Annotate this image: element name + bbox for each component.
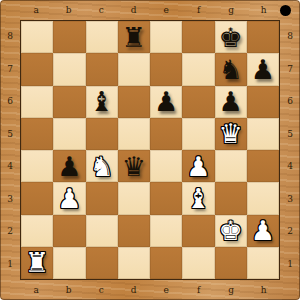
square-c6[interactable]: ♝ <box>86 86 118 118</box>
square-a2[interactable] <box>21 215 53 247</box>
piece-white-queen[interactable]: ♛ <box>219 120 243 147</box>
square-g4[interactable] <box>215 150 247 182</box>
rank-label: 8 <box>0 20 20 53</box>
square-f3[interactable]: ♝ <box>182 182 214 214</box>
square-h1[interactable] <box>247 247 279 279</box>
rank-label: 7 <box>0 53 20 86</box>
square-d7[interactable] <box>118 53 150 85</box>
square-a1[interactable]: ♜ <box>21 247 53 279</box>
chess-board-frame: abcdefgh abcdefgh 87654321 87654321 ♜♚♞♟… <box>0 0 300 300</box>
rank-label: 7 <box>280 53 300 86</box>
piece-white-pawn[interactable]: ♟ <box>186 153 210 180</box>
square-h5[interactable] <box>247 118 279 150</box>
square-b8[interactable] <box>53 21 85 53</box>
square-a3[interactable] <box>21 182 53 214</box>
file-label: e <box>150 280 183 300</box>
square-c7[interactable] <box>86 53 118 85</box>
square-b7[interactable] <box>53 53 85 85</box>
rank-label: 1 <box>0 248 20 281</box>
rank-label: 6 <box>0 85 20 118</box>
square-g3[interactable] <box>215 182 247 214</box>
file-label: g <box>215 280 248 300</box>
square-a5[interactable] <box>21 118 53 150</box>
file-labels-bottom: abcdefgh <box>20 280 280 300</box>
square-f5[interactable] <box>182 118 214 150</box>
square-d6[interactable] <box>118 86 150 118</box>
square-b1[interactable] <box>53 247 85 279</box>
piece-white-pawn[interactable]: ♟ <box>251 217 275 244</box>
file-label: g <box>215 0 248 20</box>
square-f7[interactable] <box>182 53 214 85</box>
rank-label: 2 <box>280 215 300 248</box>
file-label: f <box>183 0 216 20</box>
piece-black-pawn[interactable]: ♟ <box>57 153 81 180</box>
square-a4[interactable] <box>21 150 53 182</box>
square-b5[interactable] <box>53 118 85 150</box>
rank-label: 3 <box>280 183 300 216</box>
piece-white-king[interactable]: ♚ <box>219 217 243 244</box>
square-h2[interactable]: ♟ <box>247 215 279 247</box>
square-e1[interactable] <box>150 247 182 279</box>
piece-white-pawn[interactable]: ♟ <box>57 185 81 212</box>
square-f8[interactable] <box>182 21 214 53</box>
rank-label: 5 <box>0 118 20 151</box>
square-b6[interactable] <box>53 86 85 118</box>
square-b3[interactable]: ♟ <box>53 182 85 214</box>
square-c2[interactable] <box>86 215 118 247</box>
rank-label: 2 <box>0 215 20 248</box>
square-h7[interactable]: ♟ <box>247 53 279 85</box>
file-label: b <box>53 280 86 300</box>
piece-white-knight[interactable]: ♞ <box>90 153 114 180</box>
square-d1[interactable] <box>118 247 150 279</box>
black-to-move-indicator <box>280 5 291 16</box>
square-e5[interactable] <box>150 118 182 150</box>
square-a8[interactable] <box>21 21 53 53</box>
rank-label: 1 <box>280 248 300 281</box>
rank-labels-right: 87654321 <box>280 20 300 280</box>
rank-label: 4 <box>280 150 300 183</box>
square-d2[interactable] <box>118 215 150 247</box>
rank-label: 4 <box>0 150 20 183</box>
piece-black-knight[interactable]: ♞ <box>219 56 243 83</box>
square-h8[interactable] <box>247 21 279 53</box>
piece-black-bishop[interactable]: ♝ <box>90 88 114 115</box>
rank-labels-left: 87654321 <box>0 20 20 280</box>
square-h4[interactable] <box>247 150 279 182</box>
square-f6[interactable] <box>182 86 214 118</box>
square-g2[interactable]: ♚ <box>215 215 247 247</box>
square-d3[interactable] <box>118 182 150 214</box>
square-g6[interactable]: ♟ <box>215 86 247 118</box>
piece-white-bishop[interactable]: ♝ <box>186 185 210 212</box>
file-label: h <box>248 280 281 300</box>
square-d4[interactable]: ♛ <box>118 150 150 182</box>
square-e2[interactable] <box>150 215 182 247</box>
file-label: c <box>85 0 118 20</box>
piece-black-pawn[interactable]: ♟ <box>251 56 275 83</box>
square-a7[interactable] <box>21 53 53 85</box>
square-f4[interactable]: ♟ <box>182 150 214 182</box>
piece-black-pawn[interactable]: ♟ <box>219 88 243 115</box>
chess-board: ♜♚♞♟♝♟♟♛♟♞♛♟♟♝♚♟♜ <box>20 20 280 280</box>
square-h3[interactable] <box>247 182 279 214</box>
square-g5[interactable]: ♛ <box>215 118 247 150</box>
rank-label: 3 <box>0 183 20 216</box>
square-b4[interactable]: ♟ <box>53 150 85 182</box>
square-g7[interactable]: ♞ <box>215 53 247 85</box>
file-label: h <box>248 0 281 20</box>
file-label: f <box>183 280 216 300</box>
piece-white-rook[interactable]: ♜ <box>25 249 49 276</box>
square-e6[interactable]: ♟ <box>150 86 182 118</box>
piece-black-rook[interactable]: ♜ <box>122 24 146 51</box>
square-a6[interactable] <box>21 86 53 118</box>
rank-label: 8 <box>280 20 300 53</box>
piece-black-pawn[interactable]: ♟ <box>154 88 178 115</box>
square-c3[interactable] <box>86 182 118 214</box>
square-c4[interactable]: ♞ <box>86 150 118 182</box>
file-label: d <box>118 0 151 20</box>
rank-label: 5 <box>280 118 300 151</box>
rank-label: 6 <box>280 85 300 118</box>
square-c5[interactable] <box>86 118 118 150</box>
square-c8[interactable] <box>86 21 118 53</box>
square-d8[interactable]: ♜ <box>118 21 150 53</box>
square-b2[interactable] <box>53 215 85 247</box>
square-f1[interactable] <box>182 247 214 279</box>
file-label: e <box>150 0 183 20</box>
piece-black-queen[interactable]: ♛ <box>122 153 146 180</box>
square-e7[interactable] <box>150 53 182 85</box>
square-f2[interactable] <box>182 215 214 247</box>
square-h6[interactable] <box>247 86 279 118</box>
square-g8[interactable]: ♚ <box>215 21 247 53</box>
file-label: d <box>118 280 151 300</box>
square-e4[interactable] <box>150 150 182 182</box>
square-c1[interactable] <box>86 247 118 279</box>
piece-black-king[interactable]: ♚ <box>219 24 243 51</box>
file-label: a <box>20 0 53 20</box>
square-g1[interactable] <box>215 247 247 279</box>
file-labels-top: abcdefgh <box>20 0 280 20</box>
file-label: c <box>85 280 118 300</box>
file-label: a <box>20 280 53 300</box>
square-d5[interactable] <box>118 118 150 150</box>
file-label: b <box>53 0 86 20</box>
square-e3[interactable] <box>150 182 182 214</box>
square-e8[interactable] <box>150 21 182 53</box>
